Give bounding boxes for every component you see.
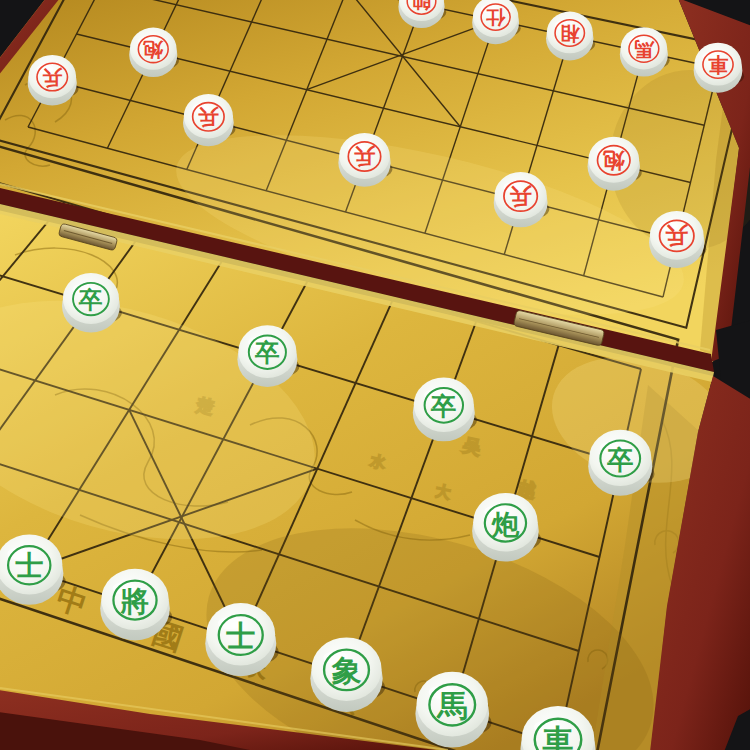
piece-character: 馬 (436, 688, 467, 723)
piece-character: 炮 (603, 148, 626, 173)
piece-character: 卒 (78, 286, 103, 314)
piece-character: 士 (15, 549, 43, 582)
board-photo: 楚水吴大越中國象棋帥仕相馬炮車兵兵兵炮兵兵卒卒卒卒炮士將士象馬車 (0, 0, 750, 750)
piece-character: 兵 (198, 105, 220, 130)
piece-character: 帥 (412, 0, 431, 13)
piece-character: 車 (542, 722, 574, 750)
piece-character: 兵 (354, 144, 376, 169)
piece-character: 卒 (607, 444, 633, 475)
piece-character: 象 (331, 653, 362, 688)
piece-character: 相 (560, 22, 580, 45)
piece-character: 兵 (510, 184, 533, 210)
xiangqi-photo-scene: 楚水吴大越中國象棋帥仕相馬炮車兵兵兵炮兵兵卒卒卒卒炮士將士象馬車 (0, 0, 750, 750)
piece-character: 炮 (491, 508, 520, 540)
piece-character: 兵 (42, 66, 63, 90)
piece-character: 炮 (143, 38, 164, 61)
piece-character: 卒 (430, 391, 456, 421)
piece-character: 卒 (254, 338, 280, 367)
piece-character: 兵 (665, 223, 689, 249)
piece-character: 仕 (485, 6, 506, 29)
piece-character: 士 (225, 619, 255, 653)
piece-character: 馬 (634, 38, 655, 61)
piece-character: 將 (120, 584, 150, 618)
piece-character: 車 (708, 53, 729, 77)
